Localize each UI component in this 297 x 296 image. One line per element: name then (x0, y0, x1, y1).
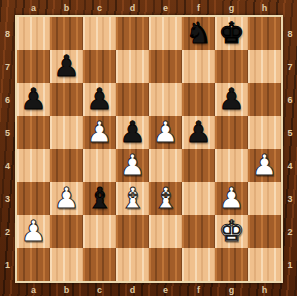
file-label-f: f (182, 283, 215, 296)
black-knight-piece[interactable]: ♞ (182, 17, 215, 50)
square-g7[interactable] (215, 50, 248, 83)
square-e4[interactable] (149, 149, 182, 182)
white-king-piece[interactable]: ♚ (215, 215, 248, 248)
file-label-e: e (149, 0, 182, 15)
file-label-e: e (149, 283, 182, 296)
square-a1[interactable] (17, 248, 50, 281)
white-pawn-piece[interactable]: ♟ (116, 149, 149, 182)
black-bishop-piece[interactable]: ♝ (83, 182, 116, 215)
square-d4[interactable]: ♟ (116, 149, 149, 182)
rank-label-1: 1 (0, 248, 15, 281)
white-bishop-piece[interactable]: ♝ (149, 182, 182, 215)
rank-label-4: 4 (283, 149, 297, 182)
rank-label-8: 8 (0, 17, 15, 50)
square-g2[interactable]: ♚ (215, 215, 248, 248)
square-c7[interactable] (83, 50, 116, 83)
rank-label-7: 7 (0, 50, 15, 83)
square-a6[interactable]: ♟ (17, 83, 50, 116)
square-e3[interactable]: ♝ (149, 182, 182, 215)
black-pawn-piece[interactable]: ♟ (50, 50, 83, 83)
square-b3[interactable]: ♟ (50, 182, 83, 215)
white-pawn-piece[interactable]: ♟ (248, 149, 281, 182)
file-label-d: d (116, 0, 149, 15)
file-label-d: d (116, 283, 149, 296)
square-f5[interactable]: ♟ (182, 116, 215, 149)
file-labels-top: abcdefgh (17, 0, 281, 15)
rank-label-5: 5 (283, 116, 297, 149)
board: ♞♚♟♟♟♟♟♟♟♟♟♟♟♝♝♝♟♟♚ (17, 17, 281, 281)
square-h7[interactable] (248, 50, 281, 83)
file-label-b: b (50, 0, 83, 15)
square-a2[interactable]: ♟ (17, 215, 50, 248)
square-g3[interactable]: ♟ (215, 182, 248, 215)
square-f3[interactable] (182, 182, 215, 215)
square-c8[interactable] (83, 17, 116, 50)
rank-label-4: 4 (0, 149, 15, 182)
square-a5[interactable] (17, 116, 50, 149)
square-g6[interactable]: ♟ (215, 83, 248, 116)
white-bishop-piece[interactable]: ♝ (116, 182, 149, 215)
square-h4[interactable]: ♟ (248, 149, 281, 182)
square-a8[interactable] (17, 17, 50, 50)
file-label-g: g (215, 283, 248, 296)
black-king-piece[interactable]: ♚ (215, 17, 248, 50)
square-e1[interactable] (149, 248, 182, 281)
square-h1[interactable] (248, 248, 281, 281)
square-c1[interactable] (83, 248, 116, 281)
rank-label-7: 7 (283, 50, 297, 83)
rank-label-8: 8 (283, 17, 297, 50)
square-d8[interactable] (116, 17, 149, 50)
square-c5[interactable]: ♟ (83, 116, 116, 149)
rank-label-6: 6 (0, 83, 15, 116)
square-d2[interactable] (116, 215, 149, 248)
rank-label-3: 3 (0, 182, 15, 215)
rank-label-5: 5 (0, 116, 15, 149)
square-f7[interactable] (182, 50, 215, 83)
board-frame: ♞♚♟♟♟♟♟♟♟♟♟♟♟♝♝♝♟♟♚ (15, 15, 283, 283)
file-label-a: a (17, 283, 50, 296)
file-label-h: h (248, 283, 281, 296)
white-pawn-piece[interactable]: ♟ (149, 116, 182, 149)
rank-labels-right: 87654321 (283, 17, 297, 281)
square-c4[interactable] (83, 149, 116, 182)
file-label-a: a (17, 0, 50, 15)
file-label-f: f (182, 0, 215, 15)
square-b7[interactable]: ♟ (50, 50, 83, 83)
file-labels-bottom: abcdefgh (17, 283, 281, 296)
square-c3[interactable]: ♝ (83, 182, 116, 215)
square-g8[interactable]: ♚ (215, 17, 248, 50)
square-d5[interactable]: ♟ (116, 116, 149, 149)
rank-label-2: 2 (283, 215, 297, 248)
black-pawn-piece[interactable]: ♟ (182, 116, 215, 149)
square-a4[interactable] (17, 149, 50, 182)
square-a7[interactable] (17, 50, 50, 83)
square-e8[interactable] (149, 17, 182, 50)
square-h5[interactable] (248, 116, 281, 149)
file-label-b: b (50, 283, 83, 296)
square-g4[interactable] (215, 149, 248, 182)
black-pawn-piece[interactable]: ♟ (116, 116, 149, 149)
file-label-g: g (215, 0, 248, 15)
square-e6[interactable] (149, 83, 182, 116)
square-b4[interactable] (50, 149, 83, 182)
square-c2[interactable] (83, 215, 116, 248)
square-c6[interactable]: ♟ (83, 83, 116, 116)
black-pawn-piece[interactable]: ♟ (17, 83, 50, 116)
square-h6[interactable] (248, 83, 281, 116)
file-label-c: c (83, 0, 116, 15)
rank-label-6: 6 (283, 83, 297, 116)
square-f4[interactable] (182, 149, 215, 182)
white-pawn-piece[interactable]: ♟ (83, 116, 116, 149)
square-h8[interactable] (248, 17, 281, 50)
square-b6[interactable] (50, 83, 83, 116)
square-g1[interactable] (215, 248, 248, 281)
black-pawn-piece[interactable]: ♟ (215, 83, 248, 116)
square-a3[interactable] (17, 182, 50, 215)
square-d7[interactable] (116, 50, 149, 83)
square-d1[interactable] (116, 248, 149, 281)
square-f8[interactable]: ♞ (182, 17, 215, 50)
square-b5[interactable] (50, 116, 83, 149)
square-h2[interactable] (248, 215, 281, 248)
rank-labels-left: 87654321 (0, 17, 15, 281)
rank-label-3: 3 (283, 182, 297, 215)
square-d3[interactable]: ♝ (116, 182, 149, 215)
square-f1[interactable] (182, 248, 215, 281)
square-f6[interactable] (182, 83, 215, 116)
square-f2[interactable] (182, 215, 215, 248)
square-b1[interactable] (50, 248, 83, 281)
rank-label-1: 1 (283, 248, 297, 281)
square-h3[interactable] (248, 182, 281, 215)
square-b8[interactable] (50, 17, 83, 50)
chess-board-window: abcdefgh abcdefgh 87654321 87654321 ♞♚♟♟… (0, 0, 297, 296)
file-label-h: h (248, 0, 281, 15)
square-d6[interactable] (116, 83, 149, 116)
black-pawn-piece[interactable]: ♟ (83, 83, 116, 116)
white-pawn-piece[interactable]: ♟ (50, 182, 83, 215)
white-pawn-piece[interactable]: ♟ (215, 182, 248, 215)
file-label-c: c (83, 283, 116, 296)
square-g5[interactable] (215, 116, 248, 149)
square-e7[interactable] (149, 50, 182, 83)
rank-label-2: 2 (0, 215, 15, 248)
square-e5[interactable]: ♟ (149, 116, 182, 149)
white-pawn-piece[interactable]: ♟ (17, 215, 50, 248)
square-e2[interactable] (149, 215, 182, 248)
square-b2[interactable] (50, 215, 83, 248)
